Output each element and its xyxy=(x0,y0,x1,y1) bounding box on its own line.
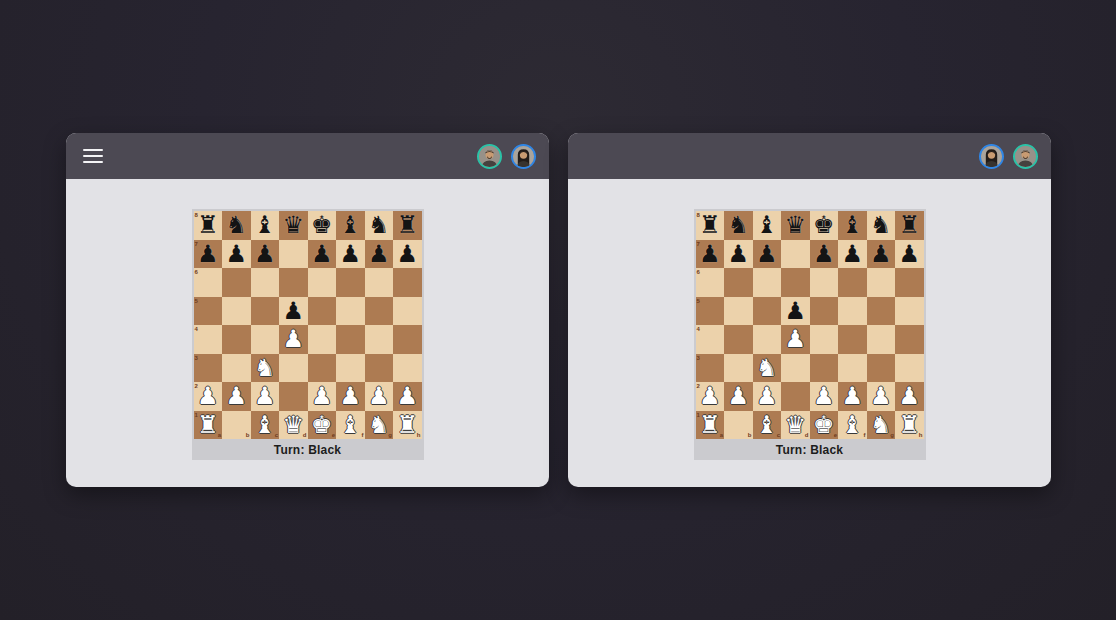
piece-white-bishop[interactable]: ♝ xyxy=(254,413,276,437)
square-d6[interactable] xyxy=(279,268,308,297)
square-e3[interactable] xyxy=(810,354,839,383)
player-avatars xyxy=(979,144,1038,169)
piece-black-pawn[interactable]: ♟ xyxy=(254,242,276,266)
square-d4[interactable]: ♟ xyxy=(781,325,810,354)
square-b6[interactable] xyxy=(724,268,753,297)
file-label: d xyxy=(805,432,809,438)
square-h4[interactable] xyxy=(895,325,924,354)
square-a4[interactable]: 4 xyxy=(194,325,223,354)
game-area: 8♜♞♝♛♚♝♞♜7♟♟♟♟♟♟♟65♟4♟3♞2♟♟♟♟♟♟♟1a♜bc♝d♛… xyxy=(66,179,549,487)
square-g6[interactable] xyxy=(365,268,394,297)
game-area: 8♜♞♝♛♚♝♞♜7♟♟♟♟♟♟♟65♟4♟3♞2♟♟♟♟♟♟♟1a♜bc♝d♛… xyxy=(568,179,1051,487)
square-f4[interactable] xyxy=(838,325,867,354)
square-d3[interactable] xyxy=(781,354,810,383)
square-c1[interactable]: c♝ xyxy=(251,411,280,440)
square-d1[interactable]: d♛ xyxy=(781,411,810,440)
square-h3[interactable] xyxy=(895,354,924,383)
piece-white-pawn[interactable]: ♟ xyxy=(368,384,390,408)
piece-black-knight[interactable]: ♞ xyxy=(870,213,892,237)
piece-white-pawn[interactable]: ♟ xyxy=(254,384,276,408)
piece-white-pawn[interactable]: ♟ xyxy=(699,384,721,408)
square-f5[interactable] xyxy=(838,297,867,326)
square-f1[interactable]: f♝ xyxy=(838,411,867,440)
square-b2[interactable]: ♟ xyxy=(724,382,753,411)
file-label: g xyxy=(890,432,894,438)
rank-label: 7 xyxy=(697,241,700,247)
piece-black-rook[interactable]: ♜ xyxy=(197,213,219,237)
piece-white-rook[interactable]: ♜ xyxy=(898,413,920,437)
piece-black-bishop[interactable]: ♝ xyxy=(756,213,778,237)
piece-black-king[interactable]: ♚ xyxy=(311,213,333,237)
square-d3[interactable] xyxy=(279,354,308,383)
square-g1[interactable]: g♞ xyxy=(365,411,394,440)
piece-white-queen[interactable]: ♛ xyxy=(784,413,806,437)
file-label: g xyxy=(388,432,392,438)
square-d6[interactable] xyxy=(781,268,810,297)
square-e7[interactable]: ♟ xyxy=(810,240,839,269)
file-label: f xyxy=(864,432,866,438)
square-d8[interactable]: ♛ xyxy=(781,211,810,240)
piece-black-bishop[interactable]: ♝ xyxy=(339,213,361,237)
chess-board-container: 8♜♞♝♛♚♝♞♜7♟♟♟♟♟♟♟65♟4♟3♞2♟♟♟♟♟♟♟1a♜bc♝d♛… xyxy=(694,209,926,460)
rank-label: 8 xyxy=(697,212,700,218)
piece-white-bishop[interactable]: ♝ xyxy=(841,413,863,437)
file-label: c xyxy=(777,432,780,438)
piece-white-king[interactable]: ♚ xyxy=(311,413,333,437)
avatar-woman[interactable] xyxy=(979,144,1004,169)
piece-white-king[interactable]: ♚ xyxy=(813,413,835,437)
square-g7[interactable]: ♟ xyxy=(365,240,394,269)
square-a8[interactable]: 8♜ xyxy=(696,211,725,240)
rank-label: 5 xyxy=(195,298,198,304)
square-c1[interactable]: c♝ xyxy=(753,411,782,440)
game-window-left: 8♜♞♝♛♚♝♞♜7♟♟♟♟♟♟♟65♟4♟3♞2♟♟♟♟♟♟♟1a♜bc♝d♛… xyxy=(66,133,549,487)
square-b8[interactable]: ♞ xyxy=(724,211,753,240)
square-c8[interactable]: ♝ xyxy=(251,211,280,240)
square-d7[interactable] xyxy=(279,240,308,269)
chess-board: 8♜♞♝♛♚♝♞♜7♟♟♟♟♟♟♟65♟4♟3♞2♟♟♟♟♟♟♟1a♜bc♝d♛… xyxy=(696,211,924,439)
square-a1[interactable]: 1a♜ xyxy=(194,411,223,440)
avatar-man[interactable] xyxy=(1013,144,1038,169)
square-f7[interactable]: ♟ xyxy=(336,240,365,269)
piece-black-rook[interactable]: ♜ xyxy=(396,213,418,237)
square-d5[interactable]: ♟ xyxy=(781,297,810,326)
square-a7[interactable]: 7♟ xyxy=(696,240,725,269)
square-h8[interactable]: ♜ xyxy=(393,211,422,240)
square-a4[interactable]: 4 xyxy=(696,325,725,354)
square-h4[interactable] xyxy=(393,325,422,354)
square-a2[interactable]: 2♟ xyxy=(194,382,223,411)
square-d2[interactable] xyxy=(781,382,810,411)
piece-white-knight[interactable]: ♞ xyxy=(254,356,276,380)
square-f5[interactable] xyxy=(336,297,365,326)
piece-black-bishop[interactable]: ♝ xyxy=(254,213,276,237)
header-spacer xyxy=(585,149,605,163)
file-label: d xyxy=(303,432,307,438)
square-h2[interactable]: ♟ xyxy=(393,382,422,411)
game-window-right: 8♜♞♝♛♚♝♞♜7♟♟♟♟♟♟♟65♟4♟3♞2♟♟♟♟♟♟♟1a♜bc♝d♛… xyxy=(568,133,1051,487)
rank-label: 8 xyxy=(195,212,198,218)
square-d7[interactable] xyxy=(781,240,810,269)
chess-board: 8♜♞♝♛♚♝♞♜7♟♟♟♟♟♟♟65♟4♟3♞2♟♟♟♟♟♟♟1a♜bc♝d♛… xyxy=(194,211,422,439)
square-g5[interactable] xyxy=(867,297,896,326)
square-e8[interactable]: ♚ xyxy=(810,211,839,240)
square-a3[interactable]: 3 xyxy=(194,354,223,383)
square-c5[interactable] xyxy=(753,297,782,326)
piece-black-pawn[interactable]: ♟ xyxy=(870,242,892,266)
square-c3[interactable]: ♞ xyxy=(251,354,280,383)
piece-white-pawn[interactable]: ♟ xyxy=(870,384,892,408)
square-g4[interactable] xyxy=(867,325,896,354)
rank-label: 3 xyxy=(697,355,700,361)
square-c2[interactable]: ♟ xyxy=(251,382,280,411)
square-h5[interactable] xyxy=(393,297,422,326)
piece-white-bishop[interactable]: ♝ xyxy=(339,413,361,437)
square-c6[interactable] xyxy=(753,268,782,297)
rank-label: 4 xyxy=(697,326,700,332)
piece-black-pawn[interactable]: ♟ xyxy=(396,242,418,266)
piece-black-queen[interactable]: ♛ xyxy=(784,213,806,237)
square-f8[interactable]: ♝ xyxy=(838,211,867,240)
piece-black-pawn[interactable]: ♟ xyxy=(898,242,920,266)
piece-black-pawn[interactable]: ♟ xyxy=(225,242,247,266)
square-e5[interactable] xyxy=(810,297,839,326)
square-a3[interactable]: 3 xyxy=(696,354,725,383)
square-b2[interactable]: ♟ xyxy=(222,382,251,411)
piece-black-pawn[interactable]: ♟ xyxy=(756,242,778,266)
piece-black-pawn[interactable]: ♟ xyxy=(699,242,721,266)
square-h7[interactable]: ♟ xyxy=(393,240,422,269)
square-d2[interactable] xyxy=(279,382,308,411)
square-e1[interactable]: e♚ xyxy=(810,411,839,440)
square-g7[interactable]: ♟ xyxy=(867,240,896,269)
rank-label: 6 xyxy=(697,269,700,275)
square-f8[interactable]: ♝ xyxy=(336,211,365,240)
square-h1[interactable]: h♜ xyxy=(393,411,422,440)
square-c7[interactable]: ♟ xyxy=(753,240,782,269)
file-label: h xyxy=(919,432,923,438)
piece-white-queen[interactable]: ♛ xyxy=(282,413,304,437)
square-e8[interactable]: ♚ xyxy=(308,211,337,240)
hamburger-menu-icon[interactable] xyxy=(83,149,103,163)
square-g8[interactable]: ♞ xyxy=(365,211,394,240)
square-a7[interactable]: 7♟ xyxy=(194,240,223,269)
square-c3[interactable]: ♞ xyxy=(753,354,782,383)
square-e3[interactable] xyxy=(308,354,337,383)
file-label: a xyxy=(720,432,723,438)
square-d1[interactable]: d♛ xyxy=(279,411,308,440)
square-h8[interactable]: ♜ xyxy=(895,211,924,240)
square-c5[interactable] xyxy=(251,297,280,326)
file-label: b xyxy=(246,432,250,438)
square-b3[interactable] xyxy=(222,354,251,383)
square-h7[interactable]: ♟ xyxy=(895,240,924,269)
square-e1[interactable]: e♚ xyxy=(308,411,337,440)
square-g1[interactable]: g♞ xyxy=(867,411,896,440)
rank-label: 1 xyxy=(195,412,198,418)
piece-black-queen[interactable]: ♛ xyxy=(282,213,304,237)
piece-white-pawn[interactable]: ♟ xyxy=(784,327,806,351)
piece-black-king[interactable]: ♚ xyxy=(813,213,835,237)
piece-white-knight[interactable]: ♞ xyxy=(870,413,892,437)
square-e7[interactable]: ♟ xyxy=(308,240,337,269)
square-a1[interactable]: 1a♜ xyxy=(696,411,725,440)
avatar-woman[interactable] xyxy=(511,144,536,169)
piece-black-knight[interactable]: ♞ xyxy=(225,213,247,237)
piece-white-pawn[interactable]: ♟ xyxy=(282,327,304,351)
turn-indicator: Turn: Black xyxy=(694,439,926,460)
rank-label: 1 xyxy=(697,412,700,418)
piece-white-pawn[interactable]: ♟ xyxy=(841,384,863,408)
square-b4[interactable] xyxy=(724,325,753,354)
rank-label: 6 xyxy=(195,269,198,275)
square-f6[interactable] xyxy=(336,268,365,297)
piece-black-bishop[interactable]: ♝ xyxy=(841,213,863,237)
square-c2[interactable]: ♟ xyxy=(753,382,782,411)
square-d4[interactable]: ♟ xyxy=(279,325,308,354)
piece-black-knight[interactable]: ♞ xyxy=(368,213,390,237)
square-a8[interactable]: 8♜ xyxy=(194,211,223,240)
square-g6[interactable] xyxy=(867,268,896,297)
square-b5[interactable] xyxy=(724,297,753,326)
square-g8[interactable]: ♞ xyxy=(867,211,896,240)
square-d8[interactable]: ♛ xyxy=(279,211,308,240)
square-a5[interactable]: 5 xyxy=(696,297,725,326)
square-c6[interactable] xyxy=(251,268,280,297)
piece-black-pawn[interactable]: ♟ xyxy=(813,242,835,266)
piece-black-pawn[interactable]: ♟ xyxy=(727,242,749,266)
piece-white-pawn[interactable]: ♟ xyxy=(225,384,247,408)
window-header xyxy=(568,133,1051,179)
square-a6[interactable]: 6 xyxy=(194,268,223,297)
rank-label: 7 xyxy=(195,241,198,247)
square-g2[interactable]: ♟ xyxy=(867,382,896,411)
rank-label: 5 xyxy=(697,298,700,304)
piece-white-knight[interactable]: ♞ xyxy=(756,356,778,380)
square-b4[interactable] xyxy=(222,325,251,354)
piece-white-pawn[interactable]: ♟ xyxy=(727,384,749,408)
square-b7[interactable]: ♟ xyxy=(724,240,753,269)
piece-black-knight[interactable]: ♞ xyxy=(727,213,749,237)
piece-white-pawn[interactable]: ♟ xyxy=(813,384,835,408)
square-e6[interactable] xyxy=(308,268,337,297)
piece-white-pawn[interactable]: ♟ xyxy=(756,384,778,408)
square-b8[interactable]: ♞ xyxy=(222,211,251,240)
square-f3[interactable] xyxy=(838,354,867,383)
piece-black-rook[interactable]: ♜ xyxy=(898,213,920,237)
square-e6[interactable] xyxy=(810,268,839,297)
piece-white-knight[interactable]: ♞ xyxy=(368,413,390,437)
piece-black-pawn[interactable]: ♟ xyxy=(841,242,863,266)
square-b3[interactable] xyxy=(724,354,753,383)
rank-label: 2 xyxy=(697,383,700,389)
piece-white-pawn[interactable]: ♟ xyxy=(197,384,219,408)
piece-black-pawn[interactable]: ♟ xyxy=(368,242,390,266)
square-g3[interactable] xyxy=(365,354,394,383)
square-h6[interactable] xyxy=(393,268,422,297)
piece-white-rook[interactable]: ♜ xyxy=(396,413,418,437)
square-f1[interactable]: f♝ xyxy=(336,411,365,440)
square-g3[interactable] xyxy=(867,354,896,383)
square-h3[interactable] xyxy=(393,354,422,383)
file-label: e xyxy=(834,432,837,438)
square-d5[interactable]: ♟ xyxy=(279,297,308,326)
square-b1[interactable]: b xyxy=(724,411,753,440)
square-a6[interactable]: 6 xyxy=(696,268,725,297)
square-c8[interactable]: ♝ xyxy=(753,211,782,240)
file-label: e xyxy=(332,432,335,438)
rank-label: 2 xyxy=(195,383,198,389)
file-label: h xyxy=(417,432,421,438)
window-header xyxy=(66,133,549,179)
turn-indicator: Turn: Black xyxy=(192,439,424,460)
square-f2[interactable]: ♟ xyxy=(336,382,365,411)
square-c4[interactable] xyxy=(251,325,280,354)
square-h1[interactable]: h♜ xyxy=(895,411,924,440)
square-c4[interactable] xyxy=(753,325,782,354)
player-avatars xyxy=(477,144,536,169)
square-h2[interactable]: ♟ xyxy=(895,382,924,411)
file-label: a xyxy=(218,432,221,438)
square-b6[interactable] xyxy=(222,268,251,297)
piece-black-pawn[interactable]: ♟ xyxy=(784,299,806,323)
piece-white-pawn[interactable]: ♟ xyxy=(396,384,418,408)
file-label: b xyxy=(748,432,752,438)
piece-white-rook[interactable]: ♜ xyxy=(699,413,721,437)
piece-black-pawn[interactable]: ♟ xyxy=(197,242,219,266)
piece-black-rook[interactable]: ♜ xyxy=(699,213,721,237)
square-e4[interactable] xyxy=(308,325,337,354)
square-a5[interactable]: 5 xyxy=(194,297,223,326)
square-a2[interactable]: 2♟ xyxy=(696,382,725,411)
square-b1[interactable]: b xyxy=(222,411,251,440)
rank-label: 4 xyxy=(195,326,198,332)
piece-white-pawn[interactable]: ♟ xyxy=(311,384,333,408)
square-f3[interactable] xyxy=(336,354,365,383)
piece-black-pawn[interactable]: ♟ xyxy=(282,299,304,323)
square-c7[interactable]: ♟ xyxy=(251,240,280,269)
piece-white-bishop[interactable]: ♝ xyxy=(756,413,778,437)
square-g5[interactable] xyxy=(365,297,394,326)
chess-board-container: 8♜♞♝♛♚♝♞♜7♟♟♟♟♟♟♟65♟4♟3♞2♟♟♟♟♟♟♟1a♜bc♝d♛… xyxy=(192,209,424,460)
piece-white-pawn[interactable]: ♟ xyxy=(339,384,361,408)
piece-white-rook[interactable]: ♜ xyxy=(197,413,219,437)
file-label: f xyxy=(362,432,364,438)
square-f6[interactable] xyxy=(838,268,867,297)
piece-black-pawn[interactable]: ♟ xyxy=(311,242,333,266)
rank-label: 3 xyxy=(195,355,198,361)
square-h5[interactable] xyxy=(895,297,924,326)
square-b7[interactable]: ♟ xyxy=(222,240,251,269)
square-f4[interactable] xyxy=(336,325,365,354)
file-label: c xyxy=(275,432,278,438)
square-e2[interactable]: ♟ xyxy=(308,382,337,411)
square-b5[interactable] xyxy=(222,297,251,326)
square-h6[interactable] xyxy=(895,268,924,297)
square-g2[interactable]: ♟ xyxy=(365,382,394,411)
piece-white-pawn[interactable]: ♟ xyxy=(898,384,920,408)
square-f2[interactable]: ♟ xyxy=(838,382,867,411)
square-e5[interactable] xyxy=(308,297,337,326)
square-e4[interactable] xyxy=(810,325,839,354)
square-f7[interactable]: ♟ xyxy=(838,240,867,269)
square-e2[interactable]: ♟ xyxy=(810,382,839,411)
square-g4[interactable] xyxy=(365,325,394,354)
avatar-man[interactable] xyxy=(477,144,502,169)
piece-black-pawn[interactable]: ♟ xyxy=(339,242,361,266)
